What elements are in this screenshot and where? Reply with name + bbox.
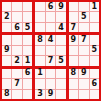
- cell-r4c1[interactable]: [2, 35, 11, 44]
- cell-r4c8[interactable]: 7: [79, 35, 88, 44]
- sudoku-box-r3c3: 896: [69, 69, 99, 99]
- given-digit: 2: [4, 13, 10, 21]
- sudoku-board: 2656941579218475975678139896: [0, 0, 101, 101]
- cell-r3c1[interactable]: [2, 23, 11, 32]
- cell-r5c6[interactable]: [56, 46, 65, 55]
- cell-r5c2[interactable]: [12, 46, 21, 55]
- cell-r2c9[interactable]: [90, 12, 99, 21]
- cell-r8c2[interactable]: 7: [12, 79, 21, 88]
- given-digit: 5: [58, 57, 64, 65]
- cell-r1c9[interactable]: 1: [90, 2, 99, 11]
- cell-r4c4[interactable]: 8: [35, 35, 44, 44]
- sudoku-box-r1c2: 694: [35, 2, 65, 32]
- cell-r9c2[interactable]: [12, 90, 21, 99]
- cell-r2c7[interactable]: [69, 12, 78, 21]
- cell-r6c2[interactable]: 2: [12, 56, 21, 65]
- cell-r2c2[interactable]: [12, 12, 21, 21]
- cell-r1c1[interactable]: [2, 2, 11, 11]
- cell-r7c5[interactable]: [46, 69, 55, 78]
- cell-r1c7[interactable]: [69, 2, 78, 11]
- cell-r9c4[interactable]: 3: [35, 90, 44, 99]
- cell-r7c9[interactable]: [90, 69, 99, 78]
- cell-r4c3[interactable]: [23, 35, 32, 44]
- given-digit: 1: [37, 69, 43, 77]
- cell-r5c5[interactable]: [46, 46, 55, 55]
- sudoku-box-r2c3: 975: [69, 35, 99, 65]
- given-digit: 7: [14, 80, 20, 88]
- cell-r6c5[interactable]: 7: [46, 56, 55, 65]
- given-digit: 8: [71, 69, 77, 77]
- cell-r3c7[interactable]: 7: [69, 23, 78, 32]
- cell-r1c3[interactable]: [23, 2, 32, 11]
- given-digit: 9: [71, 36, 77, 44]
- cell-r2c6[interactable]: [56, 12, 65, 21]
- cell-r6c9[interactable]: [90, 56, 99, 65]
- given-digit: 7: [81, 36, 87, 44]
- cell-r8c6[interactable]: [56, 79, 65, 88]
- cell-r8c1[interactable]: [2, 79, 11, 88]
- cell-r2c3[interactable]: [23, 12, 32, 21]
- given-digit: 1: [25, 57, 31, 65]
- cell-r6c4[interactable]: [35, 56, 44, 65]
- cell-r3c6[interactable]: 4: [56, 23, 65, 32]
- given-digit: 1: [91, 3, 97, 11]
- cell-r7c2[interactable]: [12, 69, 21, 78]
- cell-r7c8[interactable]: 9: [79, 69, 88, 78]
- given-digit: 2: [14, 57, 20, 65]
- cell-r1c8[interactable]: [79, 2, 88, 11]
- given-digit: 8: [4, 90, 10, 98]
- cell-r2c8[interactable]: 5: [79, 12, 88, 21]
- given-digit: 9: [58, 3, 64, 11]
- cell-r8c5[interactable]: [46, 79, 55, 88]
- cell-r4c5[interactable]: 4: [46, 35, 55, 44]
- given-digit: 9: [4, 46, 10, 54]
- cell-r3c5[interactable]: [46, 23, 55, 32]
- cell-r3c3[interactable]: 5: [23, 23, 32, 32]
- cell-r6c7[interactable]: [69, 56, 78, 65]
- given-digit: 9: [81, 69, 87, 77]
- cell-r6c6[interactable]: 5: [56, 56, 65, 65]
- cell-r9c6[interactable]: [56, 90, 65, 99]
- cell-r4c7[interactable]: 9: [69, 35, 78, 44]
- cell-r9c3[interactable]: [23, 90, 32, 99]
- cell-r5c3[interactable]: [23, 46, 32, 55]
- cell-r8c7[interactable]: [69, 79, 78, 88]
- given-digit: 8: [37, 36, 43, 44]
- cell-r4c2[interactable]: [12, 35, 21, 44]
- cell-r5c1[interactable]: 9: [2, 46, 11, 55]
- cell-r5c7[interactable]: [69, 46, 78, 55]
- cell-r9c9[interactable]: [90, 90, 99, 99]
- given-digit: 7: [48, 57, 54, 65]
- cell-r7c7[interactable]: 8: [69, 69, 78, 78]
- cell-r6c8[interactable]: [79, 56, 88, 65]
- given-digit: 9: [48, 90, 54, 98]
- given-digit: 6: [14, 24, 20, 32]
- cell-r8c8[interactable]: [79, 79, 88, 88]
- cell-r3c9[interactable]: [90, 23, 99, 32]
- cell-r2c1[interactable]: 2: [2, 12, 11, 21]
- given-digit: 5: [25, 24, 31, 32]
- cell-r4c9[interactable]: [90, 35, 99, 44]
- sudoku-box-r3c1: 678: [2, 69, 32, 99]
- given-digit: 6: [91, 80, 97, 88]
- sudoku-box-r2c1: 921: [2, 35, 32, 65]
- sudoku-box-r3c2: 139: [35, 69, 65, 99]
- given-digit: 6: [48, 3, 54, 11]
- cell-r1c5[interactable]: 6: [46, 2, 55, 11]
- cell-r6c3[interactable]: 1: [23, 56, 32, 65]
- cell-r7c6[interactable]: [56, 69, 65, 78]
- given-digit: 5: [91, 46, 97, 54]
- cell-r3c2[interactable]: 6: [12, 23, 21, 32]
- sudoku-box-r2c2: 8475: [35, 35, 65, 65]
- cell-r1c2[interactable]: [12, 2, 21, 11]
- sudoku-box-r1c1: 265: [2, 2, 32, 32]
- cell-r8c4[interactable]: [35, 79, 44, 88]
- cell-r9c5[interactable]: 9: [46, 90, 55, 99]
- given-digit: 5: [81, 13, 87, 21]
- cell-r1c4[interactable]: [35, 2, 44, 11]
- given-digit: 4: [58, 24, 64, 32]
- cell-r9c8[interactable]: [79, 90, 88, 99]
- cell-r8c9[interactable]: 6: [90, 79, 99, 88]
- cell-r4c6[interactable]: [56, 35, 65, 44]
- cell-r5c4[interactable]: [35, 46, 44, 55]
- cell-r8c3[interactable]: [23, 79, 32, 88]
- cell-r1c6[interactable]: 9: [56, 2, 65, 11]
- cell-r7c3[interactable]: 6: [23, 69, 32, 78]
- sudoku-box-r1c3: 157: [69, 2, 99, 32]
- cell-r6c1[interactable]: [2, 56, 11, 65]
- cell-r2c5[interactable]: [46, 12, 55, 21]
- cell-r5c8[interactable]: [79, 46, 88, 55]
- cell-r3c4[interactable]: [35, 23, 44, 32]
- given-digit: 7: [71, 24, 77, 32]
- cell-r5c9[interactable]: 5: [90, 46, 99, 55]
- cell-r7c4[interactable]: 1: [35, 69, 44, 78]
- given-digit: 4: [48, 36, 54, 44]
- cell-r9c1[interactable]: 8: [2, 90, 11, 99]
- given-digit: 3: [37, 90, 43, 98]
- cell-r7c1[interactable]: [2, 69, 11, 78]
- given-digit: 6: [25, 69, 31, 77]
- cell-r2c4[interactable]: [35, 12, 44, 21]
- cell-r9c7[interactable]: [69, 90, 78, 99]
- cell-r3c8[interactable]: [79, 23, 88, 32]
